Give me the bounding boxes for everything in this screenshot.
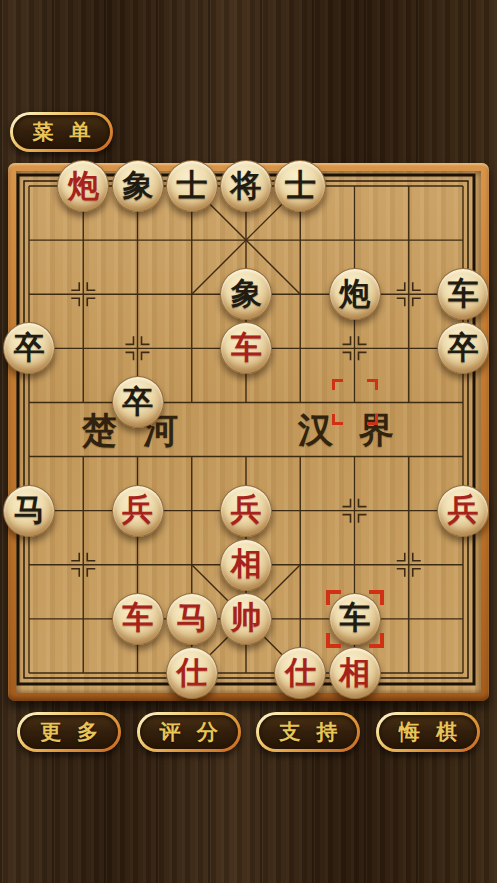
piece-glyph: 卒 xyxy=(14,332,45,363)
piece-glyph: 马 xyxy=(14,494,45,525)
piece-glyph: 车 xyxy=(448,278,479,309)
more-button[interactable]: 更多 xyxy=(17,712,121,752)
undo-move-button-label: 悔棋 xyxy=(399,718,473,746)
piece-glyph: 车 xyxy=(339,602,370,633)
piece-black[interactable]: 士 xyxy=(166,160,218,212)
piece-glyph: 象 xyxy=(231,278,262,309)
piece-glyph: 相 xyxy=(339,657,370,688)
piece-glyph: 兵 xyxy=(122,494,153,525)
menu-button-face: 菜单 xyxy=(13,115,110,149)
piece-red[interactable]: 兵 xyxy=(437,485,489,537)
piece-glyph: 士 xyxy=(176,170,207,201)
menu-button-label: 菜单 xyxy=(33,118,107,146)
undo-move-button[interactable]: 悔棋 xyxy=(376,712,480,752)
bottom-button-bar: 更多 评分 支持 悔棋 xyxy=(17,712,480,752)
piece-glyph: 将 xyxy=(231,170,262,201)
piece-glyph: 相 xyxy=(231,548,262,579)
rate-button-label: 评分 xyxy=(160,718,234,746)
last-move-from-marker xyxy=(332,379,378,425)
piece-glyph: 兵 xyxy=(448,494,479,525)
piece-glyph: 炮 xyxy=(68,170,99,201)
piece-glyph: 仕 xyxy=(285,657,316,688)
piece-black[interactable]: 卒 xyxy=(437,322,489,374)
piece-glyph: 车 xyxy=(122,602,153,633)
support-button-label: 支持 xyxy=(279,718,353,746)
piece-red[interactable]: 相 xyxy=(329,647,381,699)
piece-black[interactable]: 炮 xyxy=(329,268,381,320)
piece-glyph: 卒 xyxy=(122,386,153,417)
piece-black[interactable]: 马 xyxy=(3,485,55,537)
piece-red[interactable]: 炮 xyxy=(57,160,109,212)
xiangqi-board-grid[interactable]: 炮象士将士象炮车卒车卒卒马兵兵兵相车马帅车仕仕相 xyxy=(2,159,490,700)
piece-black[interactable]: 车 xyxy=(437,268,489,320)
piece-red[interactable]: 帅 xyxy=(220,593,272,645)
piece-glyph: 卒 xyxy=(448,332,479,363)
piece-glyph: 士 xyxy=(285,170,316,201)
piece-red[interactable]: 仕 xyxy=(166,647,218,699)
piece-black[interactable]: 卒 xyxy=(112,376,164,428)
piece-glyph: 仕 xyxy=(176,657,207,688)
piece-glyph: 兵 xyxy=(231,494,262,525)
piece-red[interactable]: 相 xyxy=(220,539,272,591)
piece-black[interactable]: 车 xyxy=(329,593,381,645)
piece-glyph: 帅 xyxy=(231,602,262,633)
piece-red[interactable]: 车 xyxy=(220,322,272,374)
piece-glyph: 炮 xyxy=(339,278,370,309)
app-background: { "game": "xiangqi", "header": { "menu_b… xyxy=(0,0,497,883)
piece-red[interactable]: 兵 xyxy=(220,485,272,537)
piece-black[interactable]: 士 xyxy=(274,160,326,212)
piece-red[interactable]: 兵 xyxy=(112,485,164,537)
piece-red[interactable]: 马 xyxy=(166,593,218,645)
piece-black[interactable]: 将 xyxy=(220,160,272,212)
piece-black[interactable]: 卒 xyxy=(3,322,55,374)
rate-button[interactable]: 评分 xyxy=(137,712,241,752)
piece-glyph: 车 xyxy=(231,332,262,363)
piece-red[interactable]: 车 xyxy=(112,593,164,645)
piece-black[interactable]: 象 xyxy=(112,160,164,212)
piece-glyph: 马 xyxy=(176,602,207,633)
piece-black[interactable]: 象 xyxy=(220,268,272,320)
piece-glyph: 象 xyxy=(122,170,153,201)
menu-button[interactable]: 菜单 xyxy=(10,112,113,152)
piece-red[interactable]: 仕 xyxy=(274,647,326,699)
support-button[interactable]: 支持 xyxy=(256,712,360,752)
more-button-label: 更多 xyxy=(40,718,114,746)
